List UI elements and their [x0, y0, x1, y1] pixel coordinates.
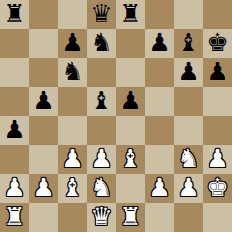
square-g3[interactable]: ♞	[174, 145, 203, 174]
square-b4[interactable]	[29, 116, 58, 145]
square-c1[interactable]	[58, 203, 87, 232]
square-c5[interactable]	[58, 87, 87, 116]
square-b6[interactable]	[29, 58, 58, 87]
piece-black-rook: ♜	[3, 0, 25, 28]
square-c3[interactable]: ♟	[58, 145, 87, 174]
piece-black-pawn: ♟	[177, 58, 199, 86]
square-f7[interactable]: ♟	[145, 29, 174, 58]
square-g5[interactable]	[174, 87, 203, 116]
square-d2[interactable]: ♞	[87, 174, 116, 203]
square-a1[interactable]: ♜	[0, 203, 29, 232]
square-h8[interactable]	[203, 0, 232, 29]
chess-board: ♜♛♜♟♞♟♝♚♞♟♟♟♝♟♟♟♟♝♞♟♟♟♝♞♟♟♚♜♛♜	[0, 0, 232, 232]
piece-black-pawn: ♟	[206, 58, 228, 86]
square-a7[interactable]	[0, 29, 29, 58]
square-b2[interactable]: ♟	[29, 174, 58, 203]
square-d7[interactable]: ♞	[87, 29, 116, 58]
square-f2[interactable]: ♟	[145, 174, 174, 203]
square-e2[interactable]	[116, 174, 145, 203]
square-h6[interactable]: ♟	[203, 58, 232, 87]
piece-white-king: ♚	[206, 174, 228, 202]
piece-white-pawn: ♟	[32, 174, 54, 202]
square-b3[interactable]	[29, 145, 58, 174]
piece-black-queen: ♛	[90, 0, 112, 28]
square-e8[interactable]: ♜	[116, 0, 145, 29]
square-e6[interactable]	[116, 58, 145, 87]
piece-black-pawn: ♟	[148, 29, 170, 57]
square-d8[interactable]: ♛	[87, 0, 116, 29]
square-a6[interactable]	[0, 58, 29, 87]
square-b8[interactable]	[29, 0, 58, 29]
square-b5[interactable]: ♟	[29, 87, 58, 116]
square-a5[interactable]	[0, 87, 29, 116]
square-a8[interactable]: ♜	[0, 0, 29, 29]
square-a2[interactable]: ♟	[0, 174, 29, 203]
square-d5[interactable]: ♝	[87, 87, 116, 116]
piece-black-pawn: ♟	[3, 116, 25, 144]
piece-black-knight: ♞	[90, 29, 112, 57]
square-g1[interactable]	[174, 203, 203, 232]
square-a4[interactable]: ♟	[0, 116, 29, 145]
square-g2[interactable]: ♟	[174, 174, 203, 203]
square-f3[interactable]	[145, 145, 174, 174]
square-b1[interactable]	[29, 203, 58, 232]
piece-black-pawn: ♟	[61, 29, 83, 57]
square-g8[interactable]	[174, 0, 203, 29]
piece-white-knight: ♞	[90, 174, 112, 202]
piece-black-knight: ♞	[61, 58, 83, 86]
piece-white-rook: ♜	[119, 203, 141, 231]
square-f8[interactable]	[145, 0, 174, 29]
square-e7[interactable]	[116, 29, 145, 58]
square-c8[interactable]	[58, 0, 87, 29]
square-a3[interactable]	[0, 145, 29, 174]
piece-black-pawn: ♟	[32, 87, 54, 115]
square-d1[interactable]: ♛	[87, 203, 116, 232]
square-h7[interactable]: ♚	[203, 29, 232, 58]
square-h5[interactable]	[203, 87, 232, 116]
square-g4[interactable]	[174, 116, 203, 145]
square-d4[interactable]	[87, 116, 116, 145]
piece-white-pawn: ♟	[148, 174, 170, 202]
square-h1[interactable]	[203, 203, 232, 232]
square-c6[interactable]: ♞	[58, 58, 87, 87]
piece-white-bishop: ♝	[61, 174, 83, 202]
piece-white-pawn: ♟	[3, 174, 25, 202]
piece-black-king: ♚	[206, 29, 228, 57]
square-g7[interactable]: ♝	[174, 29, 203, 58]
piece-white-pawn: ♟	[61, 145, 83, 173]
square-h4[interactable]	[203, 116, 232, 145]
square-e5[interactable]: ♟	[116, 87, 145, 116]
square-f5[interactable]	[145, 87, 174, 116]
square-c7[interactable]: ♟	[58, 29, 87, 58]
square-f1[interactable]	[145, 203, 174, 232]
square-b7[interactable]	[29, 29, 58, 58]
piece-white-pawn: ♟	[177, 174, 199, 202]
square-f6[interactable]	[145, 58, 174, 87]
piece-black-rook: ♜	[119, 0, 141, 28]
square-e1[interactable]: ♜	[116, 203, 145, 232]
piece-white-rook: ♜	[3, 203, 25, 231]
square-f4[interactable]	[145, 116, 174, 145]
piece-black-bishop: ♝	[177, 29, 199, 57]
piece-black-bishop: ♝	[90, 87, 112, 115]
square-e4[interactable]	[116, 116, 145, 145]
square-c4[interactable]	[58, 116, 87, 145]
square-d3[interactable]: ♟	[87, 145, 116, 174]
square-h2[interactable]: ♚	[203, 174, 232, 203]
piece-white-queen: ♛	[90, 203, 112, 231]
piece-white-pawn: ♟	[90, 145, 112, 173]
piece-black-pawn: ♟	[119, 87, 141, 115]
piece-white-pawn: ♟	[206, 145, 228, 173]
square-d6[interactable]	[87, 58, 116, 87]
square-h3[interactable]: ♟	[203, 145, 232, 174]
piece-white-bishop: ♝	[119, 145, 141, 173]
square-g6[interactable]: ♟	[174, 58, 203, 87]
square-c2[interactable]: ♝	[58, 174, 87, 203]
square-e3[interactable]: ♝	[116, 145, 145, 174]
piece-white-knight: ♞	[177, 145, 199, 173]
